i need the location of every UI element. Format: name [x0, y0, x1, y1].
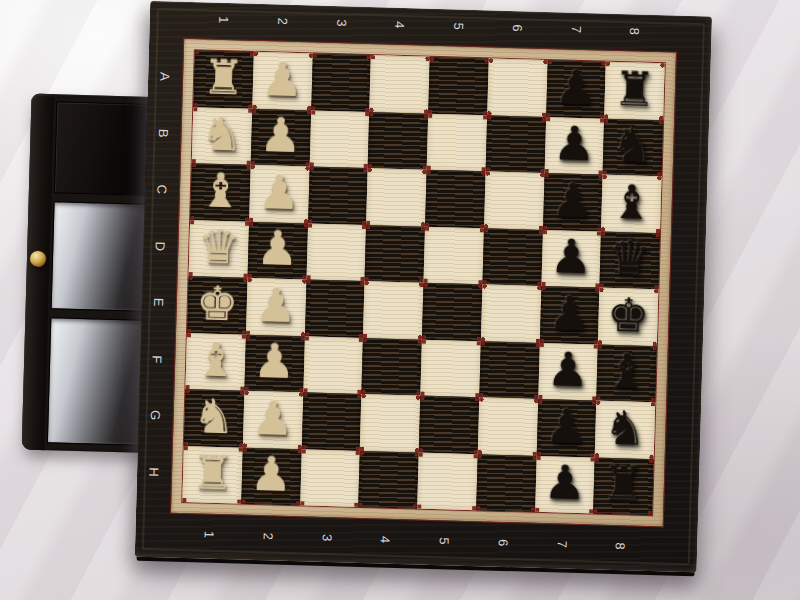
black-pawn[interactable]: ♟	[551, 176, 594, 224]
square-h6[interactable]	[476, 454, 536, 512]
square-h1[interactable]: ♜	[182, 446, 242, 504]
white-pawn[interactable]: ♟	[249, 450, 292, 498]
square-c2[interactable]: ♟	[249, 165, 309, 223]
square-a3[interactable]	[311, 53, 371, 111]
square-e2[interactable]: ♟	[246, 278, 306, 336]
square-f8[interactable]: ♝	[597, 344, 657, 402]
square-c7[interactable]: ♟	[543, 173, 603, 231]
square-e6[interactable]	[481, 284, 541, 342]
square-b4[interactable]	[368, 112, 428, 170]
square-b5[interactable]	[427, 113, 487, 171]
square-g7[interactable]: ♟	[536, 399, 596, 457]
square-h7[interactable]: ♟	[535, 455, 595, 513]
square-g5[interactable]	[419, 396, 479, 454]
square-h8[interactable]: ♜	[593, 457, 653, 515]
square-a8[interactable]: ♜	[604, 62, 664, 120]
square-e4[interactable]	[363, 281, 423, 339]
square-b1[interactable]: ♞	[192, 107, 252, 165]
white-bishop[interactable]: ♝	[194, 336, 237, 384]
square-c4[interactable]	[366, 168, 426, 226]
black-pawn[interactable]: ♟	[545, 402, 588, 450]
square-d7[interactable]: ♟	[541, 229, 601, 287]
square-c6[interactable]	[484, 171, 544, 229]
white-pawn[interactable]: ♟	[253, 337, 296, 385]
square-d5[interactable]	[423, 226, 483, 284]
square-c8[interactable]: ♝	[601, 175, 661, 233]
square-d6[interactable]	[482, 228, 542, 286]
black-pawn[interactable]: ♟	[554, 63, 597, 111]
board-field: ♜♟♟♜♞♟♟♞♝♟♟♝♛♟♟♛♚♟♟♚♝♟♟♝♞♟♟♞♜♟♟♜	[181, 49, 665, 516]
black-bishop[interactable]: ♝	[605, 347, 648, 395]
square-h4[interactable]	[358, 450, 418, 508]
white-pawn[interactable]: ♟	[251, 394, 294, 442]
square-g2[interactable]: ♟	[243, 391, 303, 449]
white-queen[interactable]: ♛	[197, 223, 240, 271]
black-queen[interactable]: ♛	[608, 234, 651, 282]
white-knight[interactable]: ♞	[192, 392, 235, 440]
square-g3[interactable]	[301, 392, 361, 450]
square-d8[interactable]: ♛	[600, 231, 660, 289]
black-pawn[interactable]: ♟	[548, 289, 591, 337]
square-d2[interactable]: ♟	[247, 221, 307, 279]
black-rook[interactable]: ♜	[602, 460, 645, 508]
black-knight[interactable]: ♞	[611, 121, 654, 169]
square-c1[interactable]: ♝	[190, 163, 250, 221]
black-pawn[interactable]: ♟	[549, 232, 592, 280]
square-d1[interactable]: ♛	[189, 220, 249, 278]
square-h3[interactable]	[300, 449, 360, 507]
white-king[interactable]: ♚	[195, 279, 238, 327]
board-border-inlay: ♜♟♟♜♞♟♟♞♝♟♟♝♛♟♟♛♚♟♟♚♝♟♟♝♞♟♟♞♜♟♟♜	[170, 38, 677, 528]
white-rook[interactable]: ♜	[191, 449, 234, 497]
square-d3[interactable]	[306, 223, 366, 281]
square-f1[interactable]: ♝	[185, 333, 245, 391]
square-g6[interactable]	[477, 397, 537, 455]
black-king[interactable]: ♚	[607, 291, 650, 339]
white-pawn[interactable]: ♟	[261, 55, 304, 103]
square-a4[interactable]	[369, 55, 429, 113]
square-e5[interactable]	[422, 283, 482, 341]
white-bishop[interactable]: ♝	[199, 166, 242, 214]
square-a6[interactable]	[487, 58, 547, 116]
square-b3[interactable]	[309, 110, 369, 168]
square-e8[interactable]: ♚	[598, 288, 658, 346]
square-f5[interactable]	[420, 339, 480, 397]
square-g1[interactable]: ♞	[184, 389, 244, 447]
square-c5[interactable]	[425, 170, 485, 228]
square-a7[interactable]: ♟	[546, 60, 606, 118]
square-f3[interactable]	[303, 336, 363, 394]
black-rook[interactable]: ♜	[613, 65, 656, 113]
white-pawn[interactable]: ♟	[256, 224, 299, 272]
square-d4[interactable]	[365, 225, 425, 283]
black-pawn[interactable]: ♟	[546, 345, 589, 393]
scene: ABCDEFGH 12345678 12345678 ♜♟♟♜♞♟♟♞♝♟♟♝♛…	[0, 0, 800, 600]
white-knight[interactable]: ♞	[200, 110, 243, 158]
white-pawn[interactable]: ♟	[257, 168, 300, 216]
square-b7[interactable]: ♟	[544, 116, 604, 174]
white-pawn[interactable]: ♟	[254, 281, 297, 329]
square-e7[interactable]: ♟	[539, 286, 599, 344]
square-c3[interactable]	[308, 166, 368, 224]
square-f4[interactable]	[362, 337, 422, 395]
square-b2[interactable]: ♟	[250, 108, 310, 166]
square-g8[interactable]: ♞	[595, 401, 655, 459]
black-bishop[interactable]: ♝	[610, 178, 653, 226]
square-b6[interactable]	[485, 115, 545, 173]
black-knight[interactable]: ♞	[603, 404, 646, 452]
square-e3[interactable]	[304, 279, 364, 337]
square-a2[interactable]: ♟	[252, 52, 312, 110]
square-f7[interactable]: ♟	[538, 342, 598, 400]
square-a1[interactable]: ♜	[193, 50, 253, 108]
square-f2[interactable]: ♟	[244, 334, 304, 392]
black-pawn[interactable]: ♟	[543, 458, 586, 506]
white-rook[interactable]: ♜	[202, 53, 245, 101]
square-f6[interactable]	[479, 341, 539, 399]
black-pawn[interactable]: ♟	[553, 119, 596, 167]
square-a5[interactable]	[428, 57, 488, 115]
square-h2[interactable]: ♟	[241, 447, 301, 505]
square-g4[interactable]	[360, 394, 420, 452]
chessboard-box: ABCDEFGH 12345678 12345678 ♜♟♟♜♞♟♟♞♝♟♟♝♛…	[135, 1, 712, 572]
square-h5[interactable]	[417, 452, 477, 510]
white-pawn[interactable]: ♟	[259, 111, 302, 159]
square-e1[interactable]: ♚	[187, 276, 247, 334]
square-b8[interactable]: ♞	[603, 118, 663, 176]
